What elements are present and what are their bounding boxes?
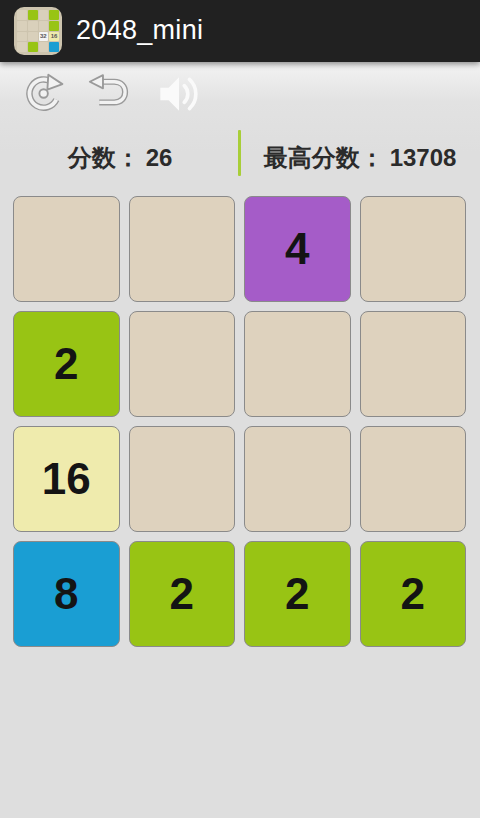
tile-2: 2	[360, 541, 467, 647]
app-logo-cell	[39, 21, 49, 31]
app-logo-cell-16: 16	[49, 32, 59, 42]
empty-cell	[360, 426, 467, 532]
score-value: 26	[146, 144, 173, 172]
app-logo-cell	[28, 21, 38, 31]
app-logo-cell	[28, 10, 38, 20]
empty-cell	[13, 196, 120, 302]
app-logo-cell-32: 32	[39, 32, 49, 42]
tile-8: 8	[13, 541, 120, 647]
app-title: 2048_mini	[76, 15, 203, 46]
app-logo-cell	[28, 32, 38, 42]
app-screen: 3216 2048_mini	[0, 0, 480, 818]
app-logo-grid: 3216	[14, 7, 62, 55]
empty-cell	[129, 426, 236, 532]
empty-cell	[244, 426, 351, 532]
score-label: 分数：	[68, 142, 140, 174]
app-logo-cell	[39, 10, 49, 20]
undo-icon	[87, 72, 134, 115]
empty-cell	[244, 311, 351, 417]
empty-cell	[360, 196, 467, 302]
action-bar: 3216 2048_mini	[0, 0, 480, 62]
app-logo-cell	[39, 42, 49, 52]
restart-button[interactable]	[22, 70, 69, 117]
tile-16: 16	[13, 426, 120, 532]
best-score-label: 最高分数：	[264, 142, 384, 174]
tile-4: 4	[244, 196, 351, 302]
restart-icon	[22, 70, 69, 117]
app-logo-cell	[17, 32, 27, 42]
tile-2: 2	[244, 541, 351, 647]
content-area: 分数：26 最高分数：13708 42168222	[0, 62, 480, 818]
app-logo-cell	[49, 10, 59, 20]
tile-2: 2	[13, 311, 120, 417]
undo-button[interactable]	[87, 72, 134, 115]
app-logo-2048-board-icon: 3216	[14, 7, 62, 55]
board-grid[interactable]: 42168222	[13, 196, 466, 647]
speaker-icon	[152, 69, 204, 119]
app-logo-cell	[28, 42, 38, 52]
best-score-value: 13708	[390, 144, 457, 172]
empty-cell	[129, 196, 236, 302]
app-logo-cell	[49, 21, 59, 31]
current-score: 分数：26	[0, 142, 240, 174]
app-logo-cell	[49, 42, 59, 52]
best-score: 最高分数：13708	[240, 142, 480, 174]
empty-cell	[360, 311, 467, 417]
empty-cell	[129, 311, 236, 417]
tile-2: 2	[129, 541, 236, 647]
score-divider	[238, 130, 241, 176]
app-logo-cell	[17, 42, 27, 52]
sound-button[interactable]	[152, 69, 204, 119]
toolbar	[0, 62, 480, 125]
app-logo-cell	[17, 10, 27, 20]
score-bar: 分数：26 最高分数：13708	[0, 125, 480, 191]
app-logo-cell	[17, 21, 27, 31]
